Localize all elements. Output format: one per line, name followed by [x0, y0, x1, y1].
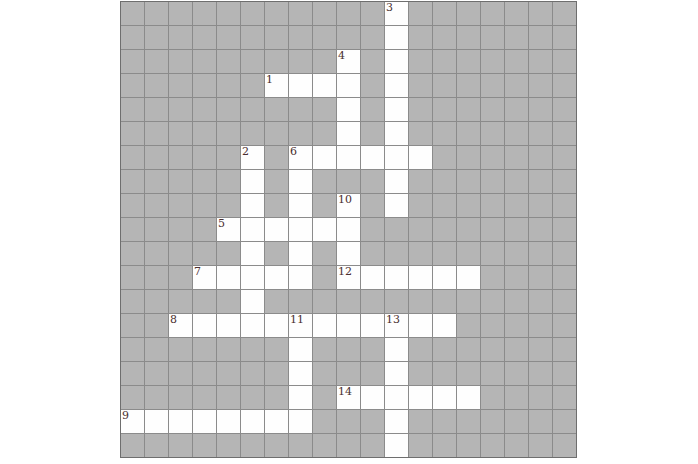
crossword-cell-open[interactable] — [385, 338, 408, 361]
crossword-cell-open[interactable] — [217, 410, 240, 433]
crossword-cell-open[interactable] — [313, 74, 336, 97]
crossword-cell-open[interactable] — [145, 410, 168, 433]
crossword-cell-blocked — [313, 242, 336, 265]
crossword-cell-open[interactable] — [289, 386, 312, 409]
crossword-cell-blocked — [409, 194, 432, 217]
crossword-cell-blocked — [529, 170, 552, 193]
crossword-cell-blocked — [313, 170, 336, 193]
crossword-cell-blocked — [289, 2, 312, 25]
crossword-cell-blocked — [145, 146, 168, 169]
crossword-cell-blocked — [121, 266, 144, 289]
crossword-cell-blocked — [481, 170, 504, 193]
crossword-cell-blocked — [409, 338, 432, 361]
crossword-cell-open[interactable] — [289, 410, 312, 433]
crossword-cell-open[interactable]: 4 — [337, 50, 360, 73]
crossword-cell-blocked — [289, 98, 312, 121]
crossword-cell-blocked — [361, 50, 384, 73]
crossword-cell-open[interactable] — [361, 386, 384, 409]
crossword-cell-blocked — [217, 434, 240, 457]
crossword-cell-open[interactable]: 11 — [289, 314, 312, 337]
crossword-cell-blocked — [361, 362, 384, 385]
crossword-cell-blocked — [505, 290, 528, 313]
crossword-cell-blocked — [553, 338, 576, 361]
crossword-cell-blocked — [505, 146, 528, 169]
crossword-cell-blocked — [457, 122, 480, 145]
crossword-cell-blocked — [529, 74, 552, 97]
crossword-cell-blocked — [265, 362, 288, 385]
crossword-cell-blocked — [481, 50, 504, 73]
crossword-cell-blocked — [433, 74, 456, 97]
crossword-cell-blocked — [553, 410, 576, 433]
crossword-cell-blocked — [409, 74, 432, 97]
crossword-cell-blocked — [529, 362, 552, 385]
crossword-cell-blocked — [529, 266, 552, 289]
crossword-cell-blocked — [505, 50, 528, 73]
crossword-cell-blocked — [433, 50, 456, 73]
crossword-cell-blocked — [457, 242, 480, 265]
crossword-cell-blocked — [217, 362, 240, 385]
crossword-cell-blocked — [529, 386, 552, 409]
crossword-cell-blocked — [145, 98, 168, 121]
crossword-cell-blocked — [505, 266, 528, 289]
crossword-cell-open[interactable] — [385, 170, 408, 193]
crossword-cell-open[interactable] — [361, 314, 384, 337]
crossword-cell-blocked — [169, 50, 192, 73]
crossword-cell-open[interactable] — [385, 434, 408, 457]
crossword-cell-blocked — [265, 242, 288, 265]
crossword-cell-blocked — [553, 122, 576, 145]
crossword-cell-blocked — [553, 50, 576, 73]
crossword-cell-open[interactable] — [337, 242, 360, 265]
crossword-cell-blocked — [193, 170, 216, 193]
crossword-cell-blocked — [313, 434, 336, 457]
crossword-cell-open[interactable] — [289, 242, 312, 265]
crossword-cell-open[interactable] — [385, 194, 408, 217]
crossword-cell-blocked — [433, 218, 456, 241]
crossword-cell-blocked — [457, 314, 480, 337]
crossword-cell-open[interactable]: 6 — [289, 146, 312, 169]
crossword-cell-open[interactable] — [241, 170, 264, 193]
crossword-cell-open[interactable] — [385, 122, 408, 145]
crossword-cell-blocked — [217, 50, 240, 73]
crossword-cell-blocked — [361, 74, 384, 97]
crossword-cell-blocked — [553, 314, 576, 337]
crossword-cell-blocked — [241, 122, 264, 145]
crossword-cell-blocked — [121, 194, 144, 217]
crossword-cell-blocked — [313, 410, 336, 433]
crossword-cell-open[interactable] — [337, 218, 360, 241]
crossword-cell-open[interactable]: 5 — [217, 218, 240, 241]
crossword-cell-open[interactable] — [409, 314, 432, 337]
crossword-cell-blocked — [457, 218, 480, 241]
crossword-cell-open[interactable] — [433, 386, 456, 409]
crossword-cell-blocked — [121, 50, 144, 73]
crossword-cell-blocked — [433, 122, 456, 145]
crossword-cell-open[interactable] — [193, 314, 216, 337]
crossword-cell-blocked — [361, 290, 384, 313]
crossword-cell-blocked — [169, 122, 192, 145]
crossword-cell-blocked — [121, 122, 144, 145]
crossword-cell-blocked — [121, 26, 144, 49]
crossword-cell-open[interactable] — [289, 170, 312, 193]
crossword-cell-open[interactable]: 7 — [193, 266, 216, 289]
crossword-cell-blocked — [121, 242, 144, 265]
crossword-cell-blocked — [313, 362, 336, 385]
crossword-cell-blocked — [313, 338, 336, 361]
crossword-cell-blocked — [121, 386, 144, 409]
crossword-cell-blocked — [169, 170, 192, 193]
crossword-cell-open[interactable]: 2 — [241, 146, 264, 169]
crossword-cell-blocked — [145, 314, 168, 337]
crossword-cell-blocked — [145, 338, 168, 361]
crossword-cell-blocked — [529, 434, 552, 457]
crossword-cell-open[interactable] — [265, 410, 288, 433]
crossword-cell-open[interactable] — [385, 98, 408, 121]
crossword-cell-open[interactable] — [313, 146, 336, 169]
crossword-cell-blocked — [529, 314, 552, 337]
crossword-cell-blocked — [313, 194, 336, 217]
crossword-cell-open[interactable] — [241, 290, 264, 313]
clue-number: 9 — [122, 410, 129, 421]
crossword-cell-blocked — [217, 386, 240, 409]
crossword-cell-open[interactable] — [289, 338, 312, 361]
crossword-cell-open[interactable] — [337, 98, 360, 121]
crossword-cell-blocked — [505, 194, 528, 217]
clue-number: 3 — [386, 2, 393, 13]
crossword-cell-blocked — [481, 26, 504, 49]
crossword-cell-blocked — [121, 74, 144, 97]
crossword-cell-blocked — [457, 2, 480, 25]
crossword-cell-open[interactable] — [241, 242, 264, 265]
crossword-cell-blocked — [457, 410, 480, 433]
crossword-cell-open[interactable]: 1 — [265, 74, 288, 97]
crossword-cell-blocked — [193, 218, 216, 241]
crossword-cell-blocked — [457, 194, 480, 217]
crossword-cell-open[interactable] — [409, 386, 432, 409]
crossword-cell-blocked — [505, 74, 528, 97]
crossword-cell-blocked — [361, 242, 384, 265]
crossword-cell-blocked — [217, 338, 240, 361]
crossword-cell-blocked — [169, 98, 192, 121]
crossword-cell-blocked — [265, 194, 288, 217]
crossword-cell-open[interactable] — [169, 410, 192, 433]
crossword-cell-blocked — [193, 2, 216, 25]
crossword-cell-blocked — [121, 98, 144, 121]
crossword-cell-blocked — [169, 362, 192, 385]
crossword-cell-blocked — [265, 386, 288, 409]
crossword-cell-blocked — [505, 410, 528, 433]
crossword-cell-blocked — [145, 50, 168, 73]
crossword-cell-blocked — [217, 74, 240, 97]
crossword-cell-blocked — [505, 242, 528, 265]
crossword-cell-blocked — [217, 170, 240, 193]
crossword-cell-blocked — [265, 170, 288, 193]
crossword-cell-blocked — [361, 194, 384, 217]
crossword-board: 3412610571281113149 — [120, 1, 577, 458]
crossword-cell-blocked — [505, 314, 528, 337]
crossword-cell-blocked — [481, 290, 504, 313]
crossword-cell-blocked — [529, 410, 552, 433]
crossword-cell-open[interactable] — [385, 50, 408, 73]
crossword-cell-blocked — [553, 242, 576, 265]
clue-number: 7 — [194, 266, 201, 277]
clue-number: 11 — [290, 314, 304, 325]
crossword-cell-blocked — [505, 362, 528, 385]
crossword-cell-blocked — [241, 98, 264, 121]
crossword-cell-blocked — [289, 290, 312, 313]
crossword-cell-blocked — [265, 50, 288, 73]
crossword-cell-blocked — [409, 242, 432, 265]
crossword-cell-open[interactable] — [217, 266, 240, 289]
crossword-cell-blocked — [361, 218, 384, 241]
crossword-cell-blocked — [217, 194, 240, 217]
crossword-cell-open[interactable] — [265, 266, 288, 289]
crossword-cell-blocked — [553, 218, 576, 241]
crossword-cell-blocked — [529, 26, 552, 49]
crossword-cell-blocked — [193, 362, 216, 385]
crossword-cell-blocked — [553, 386, 576, 409]
crossword-cell-open[interactable] — [385, 386, 408, 409]
crossword-cell-blocked — [529, 290, 552, 313]
crossword-cell-blocked — [265, 122, 288, 145]
crossword-cell-open[interactable]: 12 — [337, 266, 360, 289]
crossword-cell-open[interactable] — [361, 146, 384, 169]
crossword-cell-open[interactable] — [265, 218, 288, 241]
crossword-cell-blocked — [409, 170, 432, 193]
crossword-cell-blocked — [169, 218, 192, 241]
crossword-cell-blocked — [529, 50, 552, 73]
crossword-cell-blocked — [409, 50, 432, 73]
crossword-cell-blocked — [121, 338, 144, 361]
crossword-cell-blocked — [193, 98, 216, 121]
crossword-cell-blocked — [409, 218, 432, 241]
crossword-cell-blocked — [241, 362, 264, 385]
crossword-cell-blocked — [409, 362, 432, 385]
crossword-cell-blocked — [121, 362, 144, 385]
crossword-cell-blocked — [241, 74, 264, 97]
crossword-cell-blocked — [217, 2, 240, 25]
crossword-cell-open[interactable] — [337, 74, 360, 97]
crossword-cell-blocked — [505, 170, 528, 193]
crossword-cell-blocked — [337, 290, 360, 313]
crossword-cell-blocked — [433, 410, 456, 433]
crossword-cell-blocked — [145, 386, 168, 409]
crossword-cell-blocked — [481, 314, 504, 337]
crossword-cell-blocked — [313, 50, 336, 73]
crossword-cell-blocked — [457, 338, 480, 361]
crossword-cell-open[interactable] — [337, 122, 360, 145]
crossword-cell-open[interactable] — [241, 218, 264, 241]
crossword-cell-blocked — [481, 242, 504, 265]
crossword-cell-blocked — [145, 266, 168, 289]
crossword-cell-blocked — [481, 122, 504, 145]
crossword-cell-open[interactable] — [313, 218, 336, 241]
crossword-cell-open[interactable] — [241, 314, 264, 337]
crossword-cell-blocked — [529, 218, 552, 241]
crossword-cell-blocked — [313, 98, 336, 121]
crossword-cell-open[interactable] — [289, 194, 312, 217]
crossword-cell-blocked — [553, 266, 576, 289]
crossword-cell-blocked — [433, 98, 456, 121]
crossword-cell-open[interactable] — [409, 146, 432, 169]
crossword-cell-blocked — [505, 338, 528, 361]
page: 3412610571281113149 — [0, 0, 698, 464]
crossword-cell-blocked — [265, 2, 288, 25]
crossword-cell-open[interactable] — [289, 218, 312, 241]
crossword-cell-open[interactable]: 9 — [121, 410, 144, 433]
clue-number: 10 — [338, 194, 352, 205]
crossword-cell-blocked — [241, 50, 264, 73]
crossword-cell-blocked — [529, 194, 552, 217]
crossword-cell-open[interactable] — [289, 74, 312, 97]
crossword-cell-blocked — [529, 242, 552, 265]
crossword-cell-blocked — [145, 122, 168, 145]
crossword-cell-blocked — [121, 314, 144, 337]
crossword-cell-blocked — [193, 50, 216, 73]
crossword-cell-blocked — [433, 170, 456, 193]
clue-number: 4 — [338, 50, 345, 61]
crossword-cell-blocked — [217, 122, 240, 145]
crossword-cell-blocked — [217, 26, 240, 49]
crossword-cell-blocked — [241, 434, 264, 457]
crossword-cell-blocked — [289, 122, 312, 145]
crossword-cell-open[interactable] — [385, 26, 408, 49]
clue-number: 13 — [386, 314, 400, 325]
crossword-cell-blocked — [265, 290, 288, 313]
crossword-cell-blocked — [145, 362, 168, 385]
clue-number: 1 — [266, 74, 273, 85]
crossword-cell-open[interactable] — [241, 266, 264, 289]
crossword-cell-blocked — [265, 434, 288, 457]
crossword-cell-open[interactable]: 10 — [337, 194, 360, 217]
crossword-cell-open[interactable]: 3 — [385, 2, 408, 25]
crossword-cell-blocked — [409, 434, 432, 457]
crossword-cell-blocked — [505, 26, 528, 49]
crossword-cell-blocked — [481, 266, 504, 289]
crossword-cell-blocked — [193, 194, 216, 217]
crossword-cell-blocked — [145, 290, 168, 313]
crossword-cell-blocked — [145, 26, 168, 49]
crossword-cell-blocked — [481, 434, 504, 457]
crossword-cell-blocked — [457, 434, 480, 457]
crossword-cell-blocked — [193, 386, 216, 409]
crossword-cell-blocked — [481, 338, 504, 361]
crossword-cell-open[interactable] — [385, 362, 408, 385]
crossword-cell-open[interactable] — [313, 314, 336, 337]
crossword-cell-blocked — [361, 122, 384, 145]
crossword-cell-open[interactable]: 13 — [385, 314, 408, 337]
crossword-cell-blocked — [217, 98, 240, 121]
crossword-cell-blocked — [361, 98, 384, 121]
crossword-cell-blocked — [121, 146, 144, 169]
crossword-cell-blocked — [217, 146, 240, 169]
crossword-cell-blocked — [481, 410, 504, 433]
crossword-cell-open[interactable] — [457, 266, 480, 289]
crossword-cell-blocked — [289, 26, 312, 49]
crossword-cell-blocked — [121, 2, 144, 25]
crossword-cell-blocked — [145, 194, 168, 217]
crossword-cell-blocked — [265, 26, 288, 49]
crossword-cell-open[interactable] — [337, 146, 360, 169]
crossword-cell-open[interactable] — [385, 266, 408, 289]
crossword-cell-blocked — [457, 26, 480, 49]
crossword-cell-blocked — [193, 434, 216, 457]
crossword-cell-open[interactable] — [433, 314, 456, 337]
crossword-cell-open[interactable] — [241, 194, 264, 217]
crossword-cell-open[interactable] — [241, 410, 264, 433]
crossword-cell-blocked — [241, 338, 264, 361]
crossword-cell-blocked — [409, 410, 432, 433]
crossword-cell-open[interactable] — [217, 314, 240, 337]
crossword-cell-open[interactable]: 8 — [169, 314, 192, 337]
crossword-cell-blocked — [409, 26, 432, 49]
crossword-cell-blocked — [169, 2, 192, 25]
crossword-cell-blocked — [337, 170, 360, 193]
crossword-cell-open[interactable] — [433, 266, 456, 289]
crossword-cell-blocked — [409, 2, 432, 25]
crossword-cell-blocked — [313, 122, 336, 145]
crossword-cell-blocked — [145, 2, 168, 25]
crossword-cell-blocked — [409, 98, 432, 121]
crossword-cell-open[interactable] — [385, 410, 408, 433]
crossword-cell-open[interactable] — [289, 266, 312, 289]
crossword-cell-open[interactable] — [385, 74, 408, 97]
crossword-cell-blocked — [481, 194, 504, 217]
crossword-cell-blocked — [361, 2, 384, 25]
crossword-cell-blocked — [457, 290, 480, 313]
crossword-cell-blocked — [361, 26, 384, 49]
crossword-cell-blocked — [121, 290, 144, 313]
crossword-cell-blocked — [313, 266, 336, 289]
crossword-cell-blocked — [169, 146, 192, 169]
crossword-cell-blocked — [169, 242, 192, 265]
crossword-cell-blocked — [169, 194, 192, 217]
crossword-cell-blocked — [361, 338, 384, 361]
crossword-cell-blocked — [433, 362, 456, 385]
crossword-cell-blocked — [169, 26, 192, 49]
crossword-cell-blocked — [553, 170, 576, 193]
crossword-cell-blocked — [193, 146, 216, 169]
crossword-cell-blocked — [505, 386, 528, 409]
crossword-cell-open[interactable] — [289, 362, 312, 385]
crossword-cell-blocked — [121, 170, 144, 193]
crossword-cell-blocked — [313, 386, 336, 409]
crossword-cell-blocked — [169, 338, 192, 361]
crossword-cell-blocked — [457, 74, 480, 97]
crossword-cell-blocked — [193, 74, 216, 97]
crossword-cell-open[interactable] — [361, 266, 384, 289]
crossword-cell-open[interactable] — [457, 386, 480, 409]
crossword-cell-open[interactable] — [337, 314, 360, 337]
crossword-cell-blocked — [217, 290, 240, 313]
crossword-cell-open[interactable] — [265, 314, 288, 337]
crossword-cell-blocked — [169, 386, 192, 409]
crossword-cell-blocked — [121, 434, 144, 457]
crossword-cell-blocked — [553, 98, 576, 121]
crossword-cell-open[interactable] — [193, 410, 216, 433]
crossword-cell-blocked — [433, 242, 456, 265]
crossword-cell-blocked — [337, 338, 360, 361]
crossword-cell-open[interactable]: 14 — [337, 386, 360, 409]
crossword-cell-blocked — [529, 122, 552, 145]
crossword-cell-blocked — [361, 170, 384, 193]
crossword-cell-blocked — [505, 434, 528, 457]
crossword-cell-blocked — [169, 266, 192, 289]
crossword-cell-blocked — [169, 290, 192, 313]
crossword-cell-blocked — [505, 2, 528, 25]
crossword-cell-open[interactable] — [409, 266, 432, 289]
crossword-cell-open[interactable] — [385, 146, 408, 169]
